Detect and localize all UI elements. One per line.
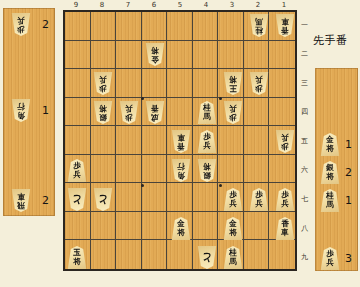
piece-kanji: 兵	[224, 104, 243, 113]
hand-item: 角行1	[4, 99, 54, 122]
board-square[interactable]	[218, 12, 244, 41]
piece-kanji: 兵	[94, 75, 113, 84]
piece-kanji: 兵	[250, 200, 269, 209]
board-square[interactable]	[142, 155, 168, 184]
piece-kanji: 車	[12, 192, 31, 201]
star-point	[141, 97, 144, 100]
piece-kanji: と	[198, 252, 217, 264]
board-square[interactable]	[91, 155, 117, 184]
shogi-piece-sente[interactable]: 金将	[320, 133, 340, 156]
hand-count: 2	[345, 166, 352, 179]
file-label: 8	[89, 0, 115, 10]
board-square[interactable]	[116, 212, 142, 241]
rank-label: 五	[299, 126, 310, 155]
piece-kanji: 兵	[12, 16, 31, 25]
piece-kanji: 兵	[321, 259, 340, 268]
piece-kanji: 将	[224, 75, 243, 84]
board-square[interactable]	[269, 155, 295, 184]
hand-item: 歩兵2	[4, 13, 54, 36]
star-point	[141, 184, 144, 187]
board-square[interactable]	[167, 98, 193, 127]
shogi-board: 桂馬香車金将歩兵王将歩兵銀将歩兵成香桂馬歩兵香車歩兵歩兵歩兵角行銀将とと歩兵歩兵…	[63, 10, 297, 271]
board-square[interactable]	[65, 126, 91, 155]
board-square[interactable]	[167, 41, 193, 70]
turn-indicator: 先手番	[313, 33, 359, 48]
hand-count: 1	[345, 194, 352, 207]
board-square[interactable]	[65, 69, 91, 98]
file-label: 2	[245, 0, 271, 10]
piece-kanji: と	[68, 194, 87, 206]
board-square[interactable]	[142, 12, 168, 41]
piece-kanji: 車	[276, 229, 295, 238]
board-square[interactable]	[193, 69, 219, 98]
board-square[interactable]	[142, 240, 168, 269]
board-square[interactable]	[244, 126, 270, 155]
shogi-piece-sente[interactable]: 歩兵	[320, 247, 340, 270]
board-square[interactable]	[142, 212, 168, 241]
file-label: 1	[271, 0, 297, 10]
hand-count: 1	[345, 138, 352, 151]
piece-kanji: 香	[146, 104, 165, 113]
board-square[interactable]	[65, 12, 91, 41]
piece-kanji: 馬	[321, 201, 340, 210]
piece-kanji: 将	[224, 229, 243, 238]
shogi-piece-sente[interactable]: 銀将	[320, 161, 340, 184]
piece-kanji: 兵	[276, 133, 295, 142]
file-label: 9	[63, 0, 89, 10]
piece-kanji: 兵	[120, 104, 139, 113]
board-square[interactable]	[142, 69, 168, 98]
board-square[interactable]	[116, 12, 142, 41]
board-square[interactable]	[65, 98, 91, 127]
board-square[interactable]	[269, 69, 295, 98]
piece-kanji: 将	[198, 162, 217, 171]
shogi-piece-gote[interactable]: 歩兵	[11, 13, 31, 36]
piece-kanji: 飛	[12, 201, 31, 210]
board-square[interactable]	[91, 212, 117, 241]
hand-count: 2	[42, 194, 49, 207]
board-square[interactable]	[269, 98, 295, 127]
file-label: 7	[115, 0, 141, 10]
piece-kanji: 将	[68, 258, 87, 267]
hand-item: 銀将2	[316, 161, 357, 184]
board-square[interactable]	[193, 183, 219, 212]
hand-count: 1	[42, 104, 49, 117]
rank-label: 六	[299, 155, 310, 184]
rank-label: 七	[299, 184, 310, 213]
board-square[interactable]	[167, 12, 193, 41]
star-point	[219, 97, 222, 100]
piece-kanji: 将	[172, 229, 191, 238]
board-square[interactable]	[91, 240, 117, 269]
board-square[interactable]	[167, 183, 193, 212]
shogi-piece-gote[interactable]: 角行	[11, 99, 31, 122]
board-square[interactable]	[269, 240, 295, 269]
piece-kanji: 車	[172, 133, 191, 142]
board-square[interactable]	[244, 212, 270, 241]
file-label: 4	[193, 0, 219, 10]
piece-kanji: 馬	[250, 17, 269, 26]
file-label: 6	[141, 0, 167, 10]
rank-label: 二	[299, 39, 310, 68]
board-square[interactable]	[91, 126, 117, 155]
piece-kanji: 兵	[276, 200, 295, 209]
rank-label: 四	[299, 97, 310, 126]
piece-kanji: 兵	[224, 200, 243, 209]
piece-kanji: 将	[146, 46, 165, 55]
board-square[interactable]	[116, 126, 142, 155]
hand-item: 桂馬1	[316, 189, 357, 212]
rank-label: 九	[299, 242, 310, 271]
board-square[interactable]	[65, 41, 91, 70]
board-square[interactable]	[244, 240, 270, 269]
piece-kanji: 馬	[198, 113, 217, 122]
shogi-piece-gote[interactable]: 飛車	[11, 189, 31, 212]
board-square[interactable]	[167, 69, 193, 98]
piece-kanji: 角	[12, 111, 31, 120]
rank-label: 八	[299, 213, 310, 242]
board-square[interactable]	[193, 12, 219, 41]
board-square[interactable]	[116, 155, 142, 184]
shogi-app: 987654321 一二三四五六七八九 桂馬香車金将歩兵王将歩兵銀将歩兵成香桂馬…	[0, 0, 360, 287]
board-square[interactable]	[91, 41, 117, 70]
board-square[interactable]	[65, 212, 91, 241]
piece-kanji: 行	[12, 102, 31, 111]
hand-count: 2	[42, 18, 49, 31]
hand-count: 3	[345, 252, 352, 265]
sente-hand-tray: 金将1銀将2桂馬1歩兵3	[315, 68, 358, 271]
rank-label: 三	[299, 68, 310, 97]
piece-kanji: 将	[321, 173, 340, 182]
rank-labels: 一二三四五六七八九	[299, 10, 310, 271]
piece-kanji: 兵	[250, 75, 269, 84]
piece-kanji: 行	[172, 162, 191, 171]
board-square[interactable]	[116, 240, 142, 269]
hand-item: 歩兵3	[316, 247, 357, 270]
board-square[interactable]	[116, 183, 142, 212]
board-square[interactable]	[142, 126, 168, 155]
board-square[interactable]	[269, 41, 295, 70]
file-label: 3	[219, 0, 245, 10]
piece-kanji: と	[94, 194, 113, 206]
board-square[interactable]	[116, 69, 142, 98]
star-point	[219, 184, 222, 187]
hand-item: 飛車2	[4, 189, 54, 212]
rank-label: 一	[299, 10, 310, 39]
piece-kanji: 将	[321, 145, 340, 154]
board-square[interactable]	[91, 12, 117, 41]
board-square[interactable]	[193, 41, 219, 70]
gote-hand-tray: 歩兵2角行1飛車2	[3, 8, 55, 216]
board-square[interactable]	[142, 183, 168, 212]
board-square[interactable]	[218, 155, 244, 184]
shogi-piece-sente[interactable]: 桂馬	[320, 189, 340, 212]
board-square[interactable]	[218, 126, 244, 155]
file-labels: 987654321	[63, 0, 297, 10]
hand-item: 金将1	[316, 133, 357, 156]
board-square[interactable]	[244, 155, 270, 184]
board-square[interactable]	[193, 212, 219, 241]
piece-kanji: 車	[276, 17, 295, 26]
piece-kanji: 兵	[68, 171, 87, 180]
board-square[interactable]	[116, 41, 142, 70]
piece-kanji: 兵	[198, 142, 217, 151]
board-square[interactable]	[167, 240, 193, 269]
piece-kanji: 将	[94, 104, 113, 113]
file-label: 5	[167, 0, 193, 10]
piece-kanji: 歩	[12, 25, 31, 34]
board-square[interactable]	[244, 98, 270, 127]
board-square[interactable]	[218, 41, 244, 70]
board-square[interactable]	[244, 41, 270, 70]
piece-kanji: 馬	[224, 258, 243, 267]
